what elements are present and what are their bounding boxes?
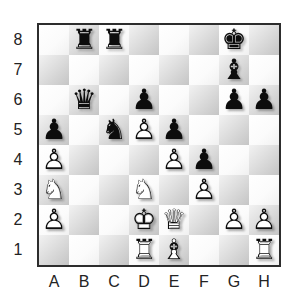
chessboard: ♜♜♚♝♛♟♟♟♟♞♟♙♟♟♙♟♙♟♞♘♞♘♟♙♟♙♚♔♛♕♟♙♟♙♜♖♝♗♜♖	[37, 23, 281, 267]
square-b6[interactable]: ♛	[69, 85, 99, 115]
piece-white-pawn: ♟♙	[39, 145, 69, 175]
rank-labels: 87654321	[7, 25, 29, 265]
rank-label-8: 8	[7, 25, 29, 55]
square-g7[interactable]: ♝	[219, 55, 249, 85]
square-c8[interactable]: ♜	[99, 25, 129, 55]
piece-white-pawn: ♟♙	[219, 205, 249, 235]
file-label-h: H	[249, 269, 279, 295]
piece-white-knight: ♞♘	[129, 175, 159, 205]
square-d6[interactable]: ♟	[129, 85, 159, 115]
square-g5[interactable]	[219, 115, 249, 145]
square-b2[interactable]	[69, 205, 99, 235]
square-d2[interactable]: ♚♔	[129, 205, 159, 235]
piece-white-rook: ♜♖	[129, 235, 159, 265]
piece-black-rook: ♜	[99, 25, 129, 55]
square-c6[interactable]	[99, 85, 129, 115]
square-h8[interactable]	[249, 25, 279, 55]
file-label-a: A	[39, 269, 69, 295]
square-b5[interactable]	[69, 115, 99, 145]
square-c5[interactable]: ♞	[99, 115, 129, 145]
square-a8[interactable]	[39, 25, 69, 55]
square-c1[interactable]	[99, 235, 129, 265]
square-d4[interactable]	[129, 145, 159, 175]
square-e4[interactable]: ♟♙	[159, 145, 189, 175]
square-h2[interactable]: ♟♙	[249, 205, 279, 235]
piece-white-bishop: ♝♗	[159, 235, 189, 265]
square-g1[interactable]	[219, 235, 249, 265]
rank-label-2: 2	[7, 205, 29, 235]
square-f3[interactable]: ♟♙	[189, 175, 219, 205]
square-c7[interactable]	[99, 55, 129, 85]
piece-black-pawn: ♟	[249, 85, 279, 115]
piece-white-pawn: ♟♙	[39, 205, 69, 235]
piece-black-queen: ♛	[69, 85, 99, 115]
square-g6[interactable]: ♟	[219, 85, 249, 115]
square-f4[interactable]: ♟	[189, 145, 219, 175]
piece-black-pawn: ♟	[129, 85, 159, 115]
rank-label-3: 3	[7, 175, 29, 205]
square-g8[interactable]: ♚	[219, 25, 249, 55]
square-b3[interactable]	[69, 175, 99, 205]
rank-label-5: 5	[7, 115, 29, 145]
square-a7[interactable]	[39, 55, 69, 85]
square-a3[interactable]: ♞♘	[39, 175, 69, 205]
piece-black-bishop: ♝	[219, 55, 249, 85]
chess-diagram: 87654321 ♜♜♚♝♛♟♟♟♟♞♟♙♟♟♙♟♙♟♞♘♞♘♟♙♟♙♚♔♛♕♟…	[0, 0, 300, 300]
square-f7[interactable]	[189, 55, 219, 85]
piece-black-pawn: ♟	[189, 145, 219, 175]
piece-white-rook: ♜♖	[249, 235, 279, 265]
piece-black-pawn: ♟	[159, 115, 189, 145]
square-f5[interactable]	[189, 115, 219, 145]
square-e6[interactable]	[159, 85, 189, 115]
square-g2[interactable]: ♟♙	[219, 205, 249, 235]
square-h7[interactable]	[249, 55, 279, 85]
square-a5[interactable]: ♟	[39, 115, 69, 145]
square-b4[interactable]	[69, 145, 99, 175]
square-g4[interactable]	[219, 145, 249, 175]
piece-black-king: ♚	[219, 25, 249, 55]
square-h3[interactable]	[249, 175, 279, 205]
square-a4[interactable]: ♟♙	[39, 145, 69, 175]
rank-label-1: 1	[7, 235, 29, 265]
rank-label-6: 6	[7, 85, 29, 115]
piece-black-pawn: ♟	[39, 115, 69, 145]
square-e3[interactable]	[159, 175, 189, 205]
square-d1[interactable]: ♜♖	[129, 235, 159, 265]
piece-white-pawn: ♟♙	[189, 175, 219, 205]
file-label-g: G	[219, 269, 249, 295]
square-d3[interactable]: ♞♘	[129, 175, 159, 205]
file-label-f: F	[189, 269, 219, 295]
piece-white-pawn: ♟♙	[159, 145, 189, 175]
square-c3[interactable]	[99, 175, 129, 205]
piece-white-king: ♚♔	[129, 205, 159, 235]
file-label-d: D	[129, 269, 159, 295]
square-e8[interactable]	[159, 25, 189, 55]
square-f8[interactable]	[189, 25, 219, 55]
file-label-c: C	[99, 269, 129, 295]
square-h5[interactable]	[249, 115, 279, 145]
square-b8[interactable]: ♜	[69, 25, 99, 55]
piece-white-pawn: ♟♙	[129, 115, 159, 145]
square-f2[interactable]	[189, 205, 219, 235]
square-c2[interactable]	[99, 205, 129, 235]
piece-white-knight: ♞♘	[39, 175, 69, 205]
square-h6[interactable]: ♟	[249, 85, 279, 115]
square-a2[interactable]: ♟♙	[39, 205, 69, 235]
square-f1[interactable]	[189, 235, 219, 265]
square-d8[interactable]	[129, 25, 159, 55]
piece-black-pawn: ♟	[219, 85, 249, 115]
square-h4[interactable]	[249, 145, 279, 175]
piece-white-pawn: ♟♙	[249, 205, 279, 235]
rank-label-7: 7	[7, 55, 29, 85]
file-labels: ABCDEFGH	[39, 269, 279, 295]
piece-white-queen: ♛♕	[159, 205, 189, 235]
square-e1[interactable]: ♝♗	[159, 235, 189, 265]
square-e2[interactable]: ♛♕	[159, 205, 189, 235]
square-h1[interactable]: ♜♖	[249, 235, 279, 265]
square-d7[interactable]	[129, 55, 159, 85]
piece-black-knight: ♞	[99, 115, 129, 145]
piece-black-rook: ♜	[69, 25, 99, 55]
square-b7[interactable]	[69, 55, 99, 85]
square-d5[interactable]: ♟♙	[129, 115, 159, 145]
square-b1[interactable]	[69, 235, 99, 265]
file-label-e: E	[159, 269, 189, 295]
square-a1[interactable]	[39, 235, 69, 265]
rank-label-4: 4	[7, 145, 29, 175]
square-a6[interactable]	[39, 85, 69, 115]
file-label-b: B	[69, 269, 99, 295]
square-e7[interactable]	[159, 55, 189, 85]
square-g3[interactable]	[219, 175, 249, 205]
square-e5[interactable]: ♟	[159, 115, 189, 145]
square-f6[interactable]	[189, 85, 219, 115]
square-c4[interactable]	[99, 145, 129, 175]
